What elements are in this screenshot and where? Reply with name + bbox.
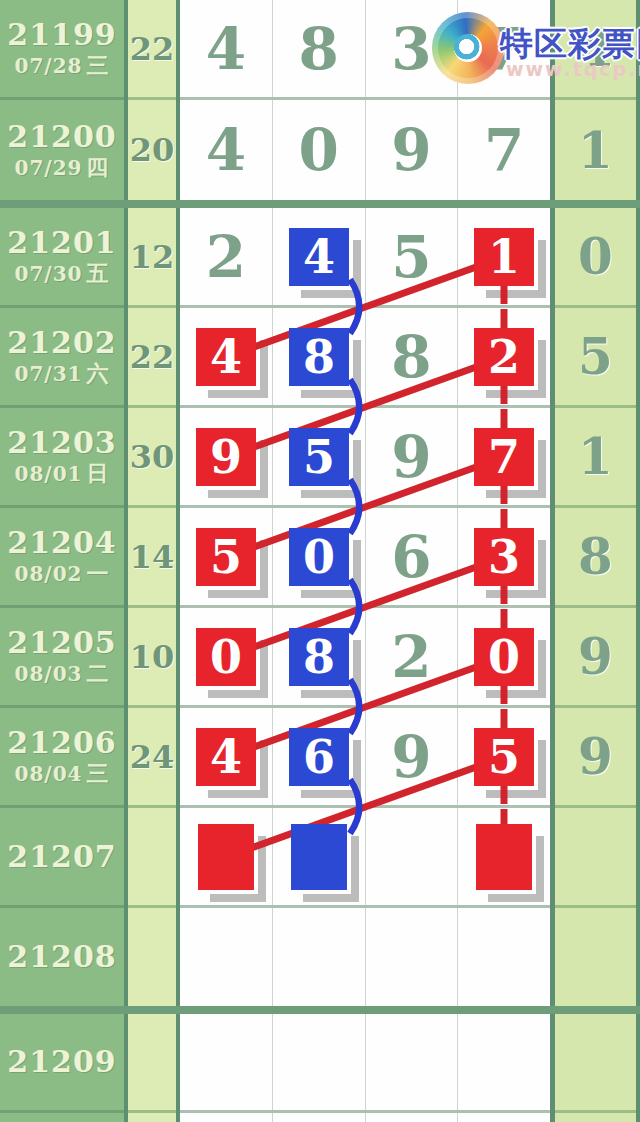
digit-cell xyxy=(457,608,550,705)
digit-value: 0 xyxy=(298,116,338,184)
digit-cell: 4 xyxy=(180,100,272,200)
digit-cell xyxy=(180,408,272,505)
digits-area: 4097 xyxy=(180,100,550,200)
tail-value: 0 xyxy=(578,227,613,286)
tail-value: 5 xyxy=(578,327,613,386)
digit-cell xyxy=(457,208,550,305)
sum-cell xyxy=(128,1113,176,1122)
tail-cell xyxy=(555,1113,636,1122)
logo-swirl-icon xyxy=(432,12,504,84)
digits-area xyxy=(180,1014,550,1113)
digit-cell xyxy=(272,308,365,405)
issue-number: 21205 xyxy=(7,626,116,660)
digit-cell xyxy=(457,708,550,805)
tail-value: 1 xyxy=(578,121,613,180)
digit-cell xyxy=(180,508,272,605)
digit-cell xyxy=(272,808,365,905)
issue-number: 21201 xyxy=(7,226,116,260)
issue-cell: 2119907/28三 xyxy=(0,0,124,100)
weekday-text: 三 xyxy=(86,760,109,786)
sum-value: 14 xyxy=(130,538,175,576)
issue-cell: 2120207/31六 xyxy=(0,308,124,408)
date-text: 08/03 xyxy=(15,662,83,686)
digit-cell xyxy=(180,1113,272,1122)
issue-cell: 2120007/29四 xyxy=(0,100,124,200)
tail-cell: 5 xyxy=(555,308,636,408)
sum-value: 20 xyxy=(130,131,175,169)
sum-value: 24 xyxy=(130,738,175,776)
issue-cell xyxy=(0,1113,124,1122)
digit-value: 9 xyxy=(391,723,431,791)
trend-table: 2119907/28三22483742120007/29四20409712120… xyxy=(0,0,640,1122)
digit-cell xyxy=(365,808,458,905)
tail-cell: 1 xyxy=(555,408,636,508)
digit-cell xyxy=(365,908,458,1006)
digits-area xyxy=(180,808,550,908)
digit-cell: 8 xyxy=(365,308,458,405)
tail-cell: 9 xyxy=(555,708,636,808)
digit-value: 7 xyxy=(484,116,524,184)
issue-cell: 21209 xyxy=(0,1014,124,1113)
tail-cell: 9 xyxy=(555,608,636,708)
weekday-text: 四 xyxy=(86,154,109,180)
digit-cell: 0 xyxy=(272,100,365,200)
digits-area: 8 xyxy=(180,308,550,408)
digit-cell xyxy=(272,1113,365,1122)
issue-number: 21209 xyxy=(7,1045,116,1079)
grid-vborder xyxy=(636,608,640,708)
digit-cell xyxy=(180,708,272,805)
digit-cell xyxy=(272,908,365,1006)
issue-number: 21204 xyxy=(7,526,116,560)
issue-cell: 21207 xyxy=(0,808,124,908)
table-row-21202: 2120207/31六2285 xyxy=(0,308,640,408)
issue-cell: 2120107/30五 xyxy=(0,208,124,308)
digit-cell: 5 xyxy=(365,208,458,305)
group-separator xyxy=(0,1006,640,1014)
digits-area: 25 xyxy=(180,208,550,308)
grid-vborder xyxy=(636,208,640,308)
sum-cell: 12 xyxy=(128,208,176,308)
digit-value: 4 xyxy=(206,15,246,83)
digit-cell: 6 xyxy=(365,508,458,605)
grid-vborder xyxy=(636,308,640,408)
digit-value: 9 xyxy=(391,423,431,491)
grid-vborder xyxy=(636,100,640,200)
grid-vborder xyxy=(636,908,640,1006)
digit-value: 8 xyxy=(298,15,338,83)
sum-cell: 22 xyxy=(128,308,176,408)
weekday-text: 日 xyxy=(86,460,109,486)
issue-number: 21199 xyxy=(7,18,116,52)
tail-cell: 8 xyxy=(555,508,636,608)
tail-cell xyxy=(555,908,636,1006)
digits-area: 6 xyxy=(180,508,550,608)
digit-cell xyxy=(272,608,365,705)
digit-value: 9 xyxy=(391,116,431,184)
digit-value: 3 xyxy=(391,15,431,83)
tail-cell xyxy=(555,808,636,908)
digit-cell: 9 xyxy=(365,708,458,805)
weekday-text: 一 xyxy=(86,560,109,586)
issue-cell: 2120608/04三 xyxy=(0,708,124,808)
table-row-21204: 2120408/02一1468 xyxy=(0,508,640,608)
digit-cell xyxy=(180,808,272,905)
grid-vborder xyxy=(636,408,640,508)
watermark-text: www.tqcp.net xyxy=(506,58,640,80)
issue-number: 21200 xyxy=(7,120,116,154)
digit-cell xyxy=(457,408,550,505)
draw-date: 08/04三 xyxy=(15,760,110,787)
date-text: 08/01 xyxy=(15,462,83,486)
sum-cell: 24 xyxy=(128,708,176,808)
table-row-21205: 2120508/03二1029 xyxy=(0,608,640,708)
digit-cell xyxy=(457,1113,550,1122)
digit-cell: 7 xyxy=(457,100,550,200)
sum-cell: 14 xyxy=(128,508,176,608)
issue-number: 21202 xyxy=(7,326,116,360)
digit-cell xyxy=(365,1014,458,1110)
draw-date: 08/01日 xyxy=(15,460,110,487)
lottery-trend-chart: 2119907/28三22483742120007/29四20409712120… xyxy=(0,0,640,1122)
issue-number: 21207 xyxy=(7,840,116,874)
digit-cell xyxy=(272,408,365,505)
digit-cell xyxy=(180,908,272,1006)
tail-cell: 0 xyxy=(555,208,636,308)
grid-vborder xyxy=(636,1014,640,1113)
group-separator xyxy=(0,200,640,208)
grid-vborder xyxy=(636,808,640,908)
digit-cell: 2 xyxy=(180,208,272,305)
digits-area: 9 xyxy=(180,708,550,808)
date-text: 08/02 xyxy=(15,562,83,586)
grid-vborder xyxy=(636,1113,640,1122)
weekday-text: 五 xyxy=(86,260,109,286)
issue-number: 21206 xyxy=(7,726,116,760)
partial-row xyxy=(0,1113,640,1122)
digit-cell xyxy=(457,908,550,1006)
sum-cell xyxy=(128,908,176,1006)
tail-value: 9 xyxy=(578,727,613,786)
digit-value: 8 xyxy=(391,323,431,391)
digit-cell xyxy=(272,508,365,605)
sum-value: 12 xyxy=(130,238,175,276)
table-row-21203: 2120308/01日3091 xyxy=(0,408,640,508)
digit-cell xyxy=(457,808,550,905)
table-row-21206: 2120608/04三2499 xyxy=(0,708,640,808)
site-logo[interactable]: 特区彩票网 www.tqcp.net xyxy=(430,8,640,88)
digit-cell xyxy=(272,1014,365,1110)
table-row-21200: 2120007/29四2040971 xyxy=(0,100,640,200)
draw-date: 07/28三 xyxy=(15,52,110,79)
issue-cell: 2120308/01日 xyxy=(0,408,124,508)
digit-value: 2 xyxy=(391,623,431,691)
digit-cell xyxy=(180,608,272,705)
draw-date: 07/29四 xyxy=(15,154,110,181)
sum-cell: 22 xyxy=(128,0,176,100)
issue-cell: 21208 xyxy=(0,908,124,1006)
draw-date: 07/31六 xyxy=(15,360,110,387)
date-text: 08/04 xyxy=(15,762,83,786)
sum-cell: 20 xyxy=(128,100,176,200)
digit-cell xyxy=(272,208,365,305)
issue-cell: 2120508/03二 xyxy=(0,608,124,708)
sum-cell xyxy=(128,1014,176,1113)
digit-cell: 9 xyxy=(365,408,458,505)
date-text: 07/31 xyxy=(15,362,83,386)
digit-cell xyxy=(365,1113,458,1122)
weekday-text: 三 xyxy=(86,52,109,78)
table-row-21208: 21208 xyxy=(0,908,640,1006)
tail-value: 9 xyxy=(578,627,613,686)
digit-value: 6 xyxy=(391,523,431,591)
tail-value: 8 xyxy=(578,527,613,586)
digit-cell: 4 xyxy=(180,0,272,97)
date-text: 07/30 xyxy=(15,262,83,286)
issue-cell: 2120408/02一 xyxy=(0,508,124,608)
draw-date: 08/02一 xyxy=(15,560,110,587)
draw-date: 07/30五 xyxy=(15,260,110,287)
sum-value: 22 xyxy=(130,30,175,68)
digits-area xyxy=(180,1113,550,1122)
sum-value: 22 xyxy=(130,338,175,376)
grid-vborder xyxy=(636,508,640,608)
digit-cell: 8 xyxy=(272,0,365,97)
digit-cell xyxy=(180,308,272,405)
sum-cell xyxy=(128,808,176,908)
weekday-text: 六 xyxy=(86,360,109,386)
digit-cell: 9 xyxy=(365,100,458,200)
tail-cell xyxy=(555,1014,636,1113)
weekday-text: 二 xyxy=(86,660,109,686)
tail-value: 1 xyxy=(578,427,613,486)
table-row-21201: 2120107/30五12250 xyxy=(0,208,640,308)
date-text: 07/28 xyxy=(15,54,83,78)
sum-value: 30 xyxy=(130,438,175,476)
tail-cell: 1 xyxy=(555,100,636,200)
digit-cell: 2 xyxy=(365,608,458,705)
digit-cell xyxy=(457,508,550,605)
digit-value: 4 xyxy=(206,116,246,184)
digits-area xyxy=(180,908,550,1006)
digit-cell xyxy=(457,308,550,405)
table-row-21209: 21209 xyxy=(0,1014,640,1113)
digit-cell xyxy=(180,1014,272,1110)
digit-value: 2 xyxy=(206,223,246,291)
digits-area: 2 xyxy=(180,608,550,708)
sum-value: 10 xyxy=(130,638,175,676)
sum-cell: 30 xyxy=(128,408,176,508)
digit-cell xyxy=(272,708,365,805)
issue-number: 21203 xyxy=(7,426,116,460)
grid-vborder xyxy=(636,708,640,808)
digit-value: 5 xyxy=(391,223,431,291)
digit-cell xyxy=(457,1014,550,1110)
sum-cell: 10 xyxy=(128,608,176,708)
issue-number: 21208 xyxy=(7,940,116,974)
date-text: 07/29 xyxy=(15,156,83,180)
digits-area: 9 xyxy=(180,408,550,508)
draw-date: 08/03二 xyxy=(15,660,110,687)
table-row-21207: 21207 xyxy=(0,808,640,908)
